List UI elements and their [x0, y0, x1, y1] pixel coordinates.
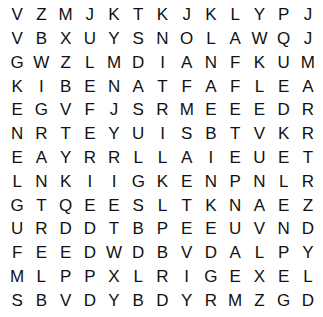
grid-cell-r3c6[interactable]: D — [126, 51, 150, 75]
grid-cell-r12c1[interactable]: M — [5, 264, 29, 288]
grid-cell-r11c8[interactable]: V — [175, 241, 199, 265]
grid-cell-r4c11[interactable]: L — [247, 74, 271, 98]
grid-cell-r2c10[interactable]: A — [223, 27, 247, 51]
grid-cell-r10c5[interactable]: T — [102, 217, 126, 241]
grid-cell-r12c10[interactable]: E — [223, 264, 247, 288]
grid-cell-r7c7[interactable]: L — [150, 146, 174, 170]
grid-cell-r9c6[interactable]: S — [126, 193, 150, 217]
grid-cell-r1c12[interactable]: P — [272, 3, 296, 27]
grid-cell-r4c7[interactable]: T — [150, 74, 174, 98]
grid-cell-r10c9[interactable]: E — [199, 217, 223, 241]
grid-cell-r5c12[interactable]: D — [272, 98, 296, 122]
grid-cell-r5c8[interactable]: M — [175, 98, 199, 122]
grid-cell-r1c9[interactable]: K — [199, 3, 223, 27]
grid-cell-r6c9[interactable]: B — [199, 122, 223, 146]
grid-cell-r7c13[interactable]: T — [296, 146, 320, 170]
grid-cell-r4c9[interactable]: A — [199, 74, 223, 98]
grid-cell-r5c6[interactable]: S — [126, 98, 150, 122]
grid-cell-r1c4[interactable]: J — [78, 3, 102, 27]
grid-cell-r13c12[interactable]: G — [272, 288, 296, 312]
grid-cell-r12c3[interactable]: P — [53, 264, 77, 288]
grid-cell-r5c5[interactable]: J — [102, 98, 126, 122]
grid-cell-r5c2[interactable]: G — [29, 98, 53, 122]
grid-cell-r11c7[interactable]: B — [150, 241, 174, 265]
grid-cell-r3c11[interactable]: K — [247, 51, 271, 75]
grid-cell-r1c8[interactable]: J — [175, 3, 199, 27]
grid-cell-r6c7[interactable]: I — [150, 122, 174, 146]
grid-cell-r10c2[interactable]: R — [29, 217, 53, 241]
word-search-page: VZMJKTKJKLYPJVBXUYSNOLAWQJGWZLMDIANFKUMK… — [0, 0, 323, 317]
grid-cell-r12c2[interactable]: L — [29, 264, 53, 288]
grid-cell-r5c7[interactable]: R — [150, 98, 174, 122]
grid-cell-r8c11[interactable]: N — [247, 169, 271, 193]
grid-cell-r2c6[interactable]: S — [126, 27, 150, 51]
grid-cell-r2c3[interactable]: X — [53, 27, 77, 51]
grid-cell-r9c11[interactable]: A — [247, 193, 271, 217]
grid-cell-r2c8[interactable]: O — [175, 27, 199, 51]
grid-cell-r10c11[interactable]: V — [247, 217, 271, 241]
grid-cell-r5c3[interactable]: V — [53, 98, 77, 122]
grid-cell-r11c11[interactable]: L — [247, 241, 271, 265]
grid-cell-r3c3[interactable]: Z — [53, 51, 77, 75]
grid-cell-r11c4[interactable]: D — [78, 241, 102, 265]
grid-cell-r4c10[interactable]: F — [223, 74, 247, 98]
grid-cell-r11c5[interactable]: W — [102, 241, 126, 265]
grid-cell-r1c3[interactable]: M — [53, 3, 77, 27]
grid-cell-r12c5[interactable]: X — [102, 264, 126, 288]
grid-cell-r3c8[interactable]: A — [175, 51, 199, 75]
grid-cell-r11c12[interactable]: P — [272, 241, 296, 265]
grid-cell-r2c7[interactable]: N — [150, 27, 174, 51]
grid-cell-r3c7[interactable]: I — [150, 51, 174, 75]
grid-cell-r12c13[interactable]: L — [296, 264, 320, 288]
grid-cell-r1c10[interactable]: L — [223, 3, 247, 27]
grid-cell-r13c3[interactable]: V — [53, 288, 77, 312]
grid-cell-r12c9[interactable]: G — [199, 264, 223, 288]
grid-cell-r9c10[interactable]: N — [223, 193, 247, 217]
grid-cell-r6c1[interactable]: N — [5, 122, 29, 146]
grid-cell-r7c4[interactable]: R — [78, 146, 102, 170]
grid-cell-r9c8[interactable]: T — [175, 193, 199, 217]
grid-cell-r7c11[interactable]: U — [247, 146, 271, 170]
grid-cell-r11c10[interactable]: A — [223, 241, 247, 265]
grid-cell-r6c6[interactable]: U — [126, 122, 150, 146]
grid-cell-r10c6[interactable]: B — [126, 217, 150, 241]
grid-cell-r7c8[interactable]: A — [175, 146, 199, 170]
grid-cell-r11c6[interactable]: D — [126, 241, 150, 265]
grid-cell-r1c13[interactable]: J — [296, 3, 320, 27]
grid-cell-r2c4[interactable]: U — [78, 27, 102, 51]
grid-cell-r6c3[interactable]: T — [53, 122, 77, 146]
grid-cell-r10c8[interactable]: E — [175, 217, 199, 241]
grid-cell-r2c5[interactable]: Y — [102, 27, 126, 51]
grid-cell-r13c11[interactable]: Z — [247, 288, 271, 312]
grid-cell-r4c1[interactable]: K — [5, 74, 29, 98]
grid-cell-r5c11[interactable]: E — [247, 98, 271, 122]
grid-cell-r13c10[interactable]: M — [223, 288, 247, 312]
grid-cell-r11c9[interactable]: D — [199, 241, 223, 265]
grid-cell-r8c3[interactable]: K — [53, 169, 77, 193]
grid-cell-r1c6[interactable]: T — [126, 3, 150, 27]
grid-cell-r6c2[interactable]: R — [29, 122, 53, 146]
grid-cell-r8c2[interactable]: N — [29, 169, 53, 193]
grid-cell-r3c12[interactable]: U — [272, 51, 296, 75]
grid-cell-r10c1[interactable]: U — [5, 217, 29, 241]
grid-cell-r11c3[interactable]: E — [53, 241, 77, 265]
grid-cell-r1c1[interactable]: V — [5, 3, 29, 27]
grid-cell-r13c6[interactable]: B — [126, 288, 150, 312]
grid-cell-r5c4[interactable]: F — [78, 98, 102, 122]
grid-cell-r7c1[interactable]: E — [5, 146, 29, 170]
grid-cell-r6c11[interactable]: V — [247, 122, 271, 146]
grid-cell-r4c12[interactable]: E — [272, 74, 296, 98]
grid-cell-r3c10[interactable]: F — [223, 51, 247, 75]
grid-cell-r8c1[interactable]: L — [5, 169, 29, 193]
grid-cell-r9c13[interactable]: Z — [296, 193, 320, 217]
grid-cell-r6c4[interactable]: E — [78, 122, 102, 146]
grid-cell-r4c3[interactable]: B — [53, 74, 77, 98]
grid-cell-r6c12[interactable]: K — [272, 122, 296, 146]
grid-cell-r7c5[interactable]: R — [102, 146, 126, 170]
grid-cell-r1c5[interactable]: K — [102, 3, 126, 27]
grid-cell-r8c7[interactable]: K — [150, 169, 174, 193]
grid-cell-r1c2[interactable]: Z — [29, 3, 53, 27]
grid-cell-r12c4[interactable]: P — [78, 264, 102, 288]
grid-cell-r10c10[interactable]: U — [223, 217, 247, 241]
grid-cell-r3c1[interactable]: G — [5, 51, 29, 75]
grid-cell-r2c2[interactable]: B — [29, 27, 53, 51]
grid-cell-r4c2[interactable]: I — [29, 74, 53, 98]
grid-cell-r13c1[interactable]: S — [5, 288, 29, 312]
grid-cell-r7c10[interactable]: E — [223, 146, 247, 170]
grid-cell-r9c7[interactable]: L — [150, 193, 174, 217]
grid-cell-r6c10[interactable]: T — [223, 122, 247, 146]
grid-cell-r12c7[interactable]: R — [150, 264, 174, 288]
grid-cell-r12c11[interactable]: X — [247, 264, 271, 288]
grid-cell-r3c4[interactable]: L — [78, 51, 102, 75]
grid-cell-r4c6[interactable]: A — [126, 74, 150, 98]
grid-cell-r13c4[interactable]: D — [78, 288, 102, 312]
grid-cell-r10c3[interactable]: D — [53, 217, 77, 241]
grid-cell-r3c9[interactable]: N — [199, 51, 223, 75]
grid-cell-r4c8[interactable]: F — [175, 74, 199, 98]
grid-cell-r8c5[interactable]: I — [102, 169, 126, 193]
grid-cell-r10c13[interactable]: D — [296, 217, 320, 241]
grid-cell-r6c8[interactable]: S — [175, 122, 199, 146]
grid-cell-r13c9[interactable]: R — [199, 288, 223, 312]
grid-cell-r5c13[interactable]: R — [296, 98, 320, 122]
grid-cell-r10c7[interactable]: P — [150, 217, 174, 241]
grid-cell-r3c2[interactable]: W — [29, 51, 53, 75]
grid-cell-r12c12[interactable]: E — [272, 264, 296, 288]
grid-cell-r4c13[interactable]: A — [296, 74, 320, 98]
grid-cell-r9c4[interactable]: E — [78, 193, 102, 217]
grid-cell-r2c1[interactable]: V — [5, 27, 29, 51]
grid-cell-r2c13[interactable]: J — [296, 27, 320, 51]
grid-cell-r6c13[interactable]: R — [296, 122, 320, 146]
grid-cell-r6c5[interactable]: Y — [102, 122, 126, 146]
grid-cell-r2c11[interactable]: W — [247, 27, 271, 51]
grid-cell-r7c3[interactable]: Y — [53, 146, 77, 170]
grid-cell-r9c3[interactable]: Q — [53, 193, 77, 217]
grid-cell-r8c10[interactable]: P — [223, 169, 247, 193]
grid-cell-r8c9[interactable]: N — [199, 169, 223, 193]
grid-cell-r11c13[interactable]: Y — [296, 241, 320, 265]
grid-cell-r2c12[interactable]: Q — [272, 27, 296, 51]
grid-cell-r12c6[interactable]: L — [126, 264, 150, 288]
grid-cell-r3c5[interactable]: M — [102, 51, 126, 75]
grid-cell-r13c2[interactable]: B — [29, 288, 53, 312]
grid-cell-r13c5[interactable]: Y — [102, 288, 126, 312]
grid-cell-r3c13[interactable]: M — [296, 51, 320, 75]
grid-cell-r2c9[interactable]: L — [199, 27, 223, 51]
grid-cell-r7c2[interactable]: A — [29, 146, 53, 170]
grid-cell-r9c5[interactable]: E — [102, 193, 126, 217]
grid-cell-r8c12[interactable]: L — [272, 169, 296, 193]
grid-cell-r9c1[interactable]: G — [5, 193, 29, 217]
word-search-grid: VZMJKTKJKLYPJVBXUYSNOLAWQJGWZLMDIANFKUMK… — [5, 3, 320, 312]
grid-cell-r9c12[interactable]: E — [272, 193, 296, 217]
grid-cell-r11c2[interactable]: E — [29, 241, 53, 265]
grid-cell-r10c12[interactable]: N — [272, 217, 296, 241]
grid-cell-r7c12[interactable]: E — [272, 146, 296, 170]
grid-cell-r11c1[interactable]: F — [5, 241, 29, 265]
grid-cell-r13c13[interactable]: D — [296, 288, 320, 312]
grid-cell-r12c8[interactable]: I — [175, 264, 199, 288]
grid-cell-r5c10[interactable]: E — [223, 98, 247, 122]
grid-cell-r8c4[interactable]: I — [78, 169, 102, 193]
grid-cell-r10c4[interactable]: D — [78, 217, 102, 241]
grid-cell-r5c9[interactable]: E — [199, 98, 223, 122]
grid-cell-r7c9[interactable]: I — [199, 146, 223, 170]
grid-cell-r8c8[interactable]: E — [175, 169, 199, 193]
grid-cell-r13c8[interactable]: Y — [175, 288, 199, 312]
grid-cell-r5c1[interactable]: E — [5, 98, 29, 122]
grid-cell-r9c9[interactable]: K — [199, 193, 223, 217]
grid-cell-r4c4[interactable]: E — [78, 74, 102, 98]
grid-cell-r9c2[interactable]: T — [29, 193, 53, 217]
grid-cell-r13c7[interactable]: D — [150, 288, 174, 312]
grid-cell-r8c13[interactable]: R — [296, 169, 320, 193]
grid-cell-r1c11[interactable]: Y — [247, 3, 271, 27]
grid-cell-r8c6[interactable]: G — [126, 169, 150, 193]
grid-cell-r1c7[interactable]: K — [150, 3, 174, 27]
grid-cell-r7c6[interactable]: L — [126, 146, 150, 170]
grid-cell-r4c5[interactable]: N — [102, 74, 126, 98]
